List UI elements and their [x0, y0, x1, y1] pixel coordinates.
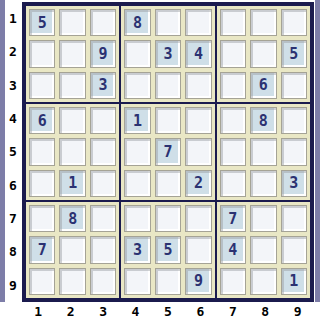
cell-r9c8[interactable]: [250, 268, 276, 295]
row-label-5: 5: [4, 135, 22, 168]
box-2-2: 172: [120, 103, 215, 201]
cell-r8c2[interactable]: [59, 236, 85, 263]
cell-r5c4[interactable]: [124, 138, 150, 165]
cell-r2c3[interactable]: 9: [90, 40, 116, 67]
cell-r5c9[interactable]: [281, 138, 307, 165]
box-3-1: 87: [25, 201, 120, 299]
cell-r9c9[interactable]: 1: [281, 268, 307, 295]
cell-r2c6[interactable]: 4: [185, 40, 211, 67]
row-label-8: 8: [4, 235, 22, 268]
cell-r7c2[interactable]: 8: [59, 205, 85, 232]
cell-r7c6[interactable]: [185, 205, 211, 232]
box-2-3: 83: [216, 103, 311, 201]
cell-r6c2[interactable]: 1: [59, 170, 85, 197]
cell-r8c1[interactable]: 7: [29, 236, 55, 263]
cell-r6c5[interactable]: [155, 170, 181, 197]
cell-r3c3[interactable]: 3: [90, 72, 116, 99]
col-label-5: 5: [152, 302, 184, 320]
col-label-4: 4: [119, 302, 151, 320]
cell-r4c8[interactable]: 8: [250, 107, 276, 134]
cell-r7c4[interactable]: [124, 205, 150, 232]
col-label-7: 7: [217, 302, 249, 320]
cell-r1c1[interactable]: 5: [29, 9, 55, 36]
cell-r4c5[interactable]: [155, 107, 181, 134]
cell-r9c7[interactable]: [220, 268, 246, 295]
cell-r3c1[interactable]: [29, 72, 55, 99]
col-label-9: 9: [282, 302, 314, 320]
cell-r7c3[interactable]: [90, 205, 116, 232]
cell-r2c4[interactable]: [124, 40, 150, 67]
cell-r3c4[interactable]: [124, 72, 150, 99]
box-1-2: 834: [120, 5, 215, 103]
cell-r8c9[interactable]: [281, 236, 307, 263]
cell-r3c2[interactable]: [59, 72, 85, 99]
cell-r3c6[interactable]: [185, 72, 211, 99]
cell-r4c7[interactable]: [220, 107, 246, 134]
cell-r5c1[interactable]: [29, 138, 55, 165]
cell-r4c1[interactable]: 6: [29, 107, 55, 134]
cell-r6c6[interactable]: 2: [185, 170, 211, 197]
cell-r9c1[interactable]: [29, 268, 55, 295]
cell-r2c7[interactable]: [220, 40, 246, 67]
box-1-3: 56: [216, 5, 311, 103]
cell-r6c9[interactable]: 3: [281, 170, 307, 197]
cell-r1c3[interactable]: [90, 9, 116, 36]
cell-r1c5[interactable]: [155, 9, 181, 36]
cell-r6c7[interactable]: [220, 170, 246, 197]
cell-r9c3[interactable]: [90, 268, 116, 295]
window-edge-right: [315, 0, 320, 302]
cell-r4c9[interactable]: [281, 107, 307, 134]
cell-r5c7[interactable]: [220, 138, 246, 165]
col-label-8: 8: [249, 302, 281, 320]
row-label-9: 9: [4, 269, 22, 302]
cell-r9c5[interactable]: [155, 268, 181, 295]
cell-r3c7[interactable]: [220, 72, 246, 99]
col-label-1: 1: [22, 302, 54, 320]
cell-r3c5[interactable]: [155, 72, 181, 99]
cell-r8c7[interactable]: 4: [220, 236, 246, 263]
cell-r6c8[interactable]: [250, 170, 276, 197]
cell-r6c3[interactable]: [90, 170, 116, 197]
cell-r8c8[interactable]: [250, 236, 276, 263]
cell-r1c8[interactable]: [250, 9, 276, 36]
cell-r7c7[interactable]: 7: [220, 205, 246, 232]
box-1-1: 593: [25, 5, 120, 103]
cell-r1c9[interactable]: [281, 9, 307, 36]
cell-r3c9[interactable]: [281, 72, 307, 99]
cell-r7c8[interactable]: [250, 205, 276, 232]
cell-r2c5[interactable]: 3: [155, 40, 181, 67]
cell-r5c5[interactable]: 7: [155, 138, 181, 165]
box-2-1: 61: [25, 103, 120, 201]
cell-r2c9[interactable]: 5: [281, 40, 307, 67]
row-label-3: 3: [4, 69, 22, 102]
col-label-6: 6: [184, 302, 216, 320]
cell-r4c2[interactable]: [59, 107, 85, 134]
row-label-7: 7: [4, 202, 22, 235]
cell-r8c3[interactable]: [90, 236, 116, 263]
cell-r8c6[interactable]: [185, 236, 211, 263]
cell-r7c5[interactable]: [155, 205, 181, 232]
box-3-3: 741: [216, 201, 311, 299]
cell-r7c1[interactable]: [29, 205, 55, 232]
sudoku-board: 59383456611728387359741: [22, 2, 314, 302]
cell-r4c6[interactable]: [185, 107, 211, 134]
cell-r9c6[interactable]: 9: [185, 268, 211, 295]
row-label-6: 6: [4, 169, 22, 202]
cell-r5c6[interactable]: [185, 138, 211, 165]
cell-r9c4[interactable]: [124, 268, 150, 295]
cell-r9c2[interactable]: [59, 268, 85, 295]
box-3-2: 359: [120, 201, 215, 299]
cell-r5c2[interactable]: [59, 138, 85, 165]
cell-r5c8[interactable]: [250, 138, 276, 165]
row-label-2: 2: [4, 35, 22, 68]
cell-r6c1[interactable]: [29, 170, 55, 197]
cell-r2c1[interactable]: [29, 40, 55, 67]
row-label-1: 1: [4, 2, 22, 35]
cell-r2c8[interactable]: [250, 40, 276, 67]
col-labels: 123456789: [22, 302, 314, 320]
row-labels: 123456789: [4, 2, 22, 302]
cell-r2c2[interactable]: [59, 40, 85, 67]
cell-r5c3[interactable]: [90, 138, 116, 165]
cell-r6c4[interactable]: [124, 170, 150, 197]
cell-r1c6[interactable]: [185, 9, 211, 36]
cell-r4c4[interactable]: 1: [124, 107, 150, 134]
cell-r1c4[interactable]: 8: [124, 9, 150, 36]
cell-r1c7[interactable]: [220, 9, 246, 36]
cell-r4c3[interactable]: [90, 107, 116, 134]
cell-r8c4[interactable]: 3: [124, 236, 150, 263]
row-label-4: 4: [4, 102, 22, 135]
cell-r3c8[interactable]: 6: [250, 72, 276, 99]
col-label-3: 3: [87, 302, 119, 320]
cell-r1c2[interactable]: [59, 9, 85, 36]
cell-r8c5[interactable]: 5: [155, 236, 181, 263]
col-label-2: 2: [54, 302, 86, 320]
cell-r7c9[interactable]: [281, 205, 307, 232]
